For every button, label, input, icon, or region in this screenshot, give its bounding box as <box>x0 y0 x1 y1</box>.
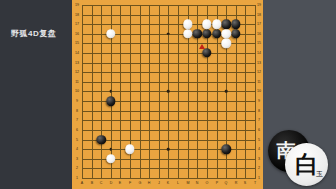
logo-white-stone: 白 玉 <box>285 143 328 186</box>
stone-black-N16[interactable] <box>193 29 202 38</box>
stone-black-O16[interactable] <box>202 29 211 38</box>
row-label-left-4: 4 <box>75 147 77 151</box>
logo-white-character: 白 <box>295 149 318 180</box>
last-move-marker <box>199 44 205 49</box>
column-label-R: R <box>234 181 237 185</box>
column-label-M: M <box>186 181 189 185</box>
row-label-right-7: 7 <box>257 119 259 123</box>
stone-white-P17[interactable] <box>212 20 221 29</box>
row-label-right-19: 19 <box>256 3 260 7</box>
grid-horizontal-line <box>82 140 256 141</box>
row-label-right-2: 2 <box>257 167 259 171</box>
stone-white-M17[interactable] <box>183 20 192 29</box>
row-label-right-1: 1 <box>257 176 259 180</box>
stone-white-M16[interactable] <box>183 29 192 38</box>
row-label-right-15: 15 <box>256 42 260 46</box>
grid-vertical-line <box>178 5 179 179</box>
stone-black-Q4[interactable] <box>221 144 230 153</box>
row-label-left-5: 5 <box>75 138 77 142</box>
row-label-right-16: 16 <box>256 32 260 36</box>
star-point-D10 <box>110 90 113 93</box>
row-label-left-17: 17 <box>74 22 78 26</box>
stone-white-D3[interactable] <box>106 154 115 163</box>
row-label-right-6: 6 <box>257 128 259 132</box>
column-label-S: S <box>244 181 246 185</box>
row-label-right-12: 12 <box>256 70 260 74</box>
grid-horizontal-line <box>82 168 256 169</box>
stone-white-F4[interactable] <box>125 144 134 153</box>
column-label-Q: Q <box>225 181 228 185</box>
stone-black-Q17[interactable] <box>221 20 230 29</box>
star-point-K10 <box>167 90 170 93</box>
star-point-K16 <box>167 33 170 36</box>
stone-white-D16[interactable] <box>106 29 115 38</box>
row-label-right-17: 17 <box>256 22 260 26</box>
star-point-D4 <box>110 148 113 151</box>
column-label-L: L <box>177 181 179 185</box>
row-label-right-13: 13 <box>256 61 260 65</box>
column-label-J: J <box>158 181 160 185</box>
stone-black-R17[interactable] <box>231 20 240 29</box>
column-label-O: O <box>206 181 209 185</box>
column-label-T: T <box>254 181 256 185</box>
row-label-right-11: 11 <box>257 80 261 84</box>
stone-black-P16[interactable] <box>212 29 221 38</box>
column-label-F: F <box>129 181 131 185</box>
grid-vertical-line <box>245 5 246 179</box>
grid-horizontal-line <box>82 111 256 112</box>
row-label-right-3: 3 <box>257 157 259 161</box>
row-label-right-18: 18 <box>256 13 260 17</box>
row-label-left-12: 12 <box>74 70 78 74</box>
column-label-P: P <box>215 181 217 185</box>
row-label-left-10: 10 <box>74 90 78 94</box>
row-label-left-1: 1 <box>75 176 77 180</box>
column-label-A: A <box>81 181 83 185</box>
stone-white-O17[interactable] <box>202 20 211 29</box>
row-label-right-5: 5 <box>257 138 259 142</box>
row-label-left-8: 8 <box>75 109 77 113</box>
review-title: 野狐4D复盘 <box>11 28 56 39</box>
column-label-H: H <box>148 181 151 185</box>
star-point-K4 <box>167 148 170 151</box>
row-label-left-15: 15 <box>74 42 78 46</box>
row-label-left-16: 16 <box>74 32 78 36</box>
row-label-left-11: 11 <box>75 80 79 84</box>
column-label-N: N <box>196 181 199 185</box>
row-label-left-19: 19 <box>74 3 78 7</box>
grid-vertical-line <box>255 5 256 179</box>
row-label-right-14: 14 <box>256 51 260 55</box>
column-label-C: C <box>100 181 103 185</box>
logo-white-subcharacter: 玉 <box>316 169 323 179</box>
row-label-right-4: 4 <box>257 147 259 151</box>
row-label-left-7: 7 <box>75 119 77 123</box>
stone-white-Q15[interactable] <box>221 39 230 48</box>
column-label-K: K <box>167 181 169 185</box>
stone-white-Q16[interactable] <box>221 29 230 38</box>
row-label-left-3: 3 <box>75 157 77 161</box>
column-label-B: B <box>90 181 92 185</box>
row-label-left-13: 13 <box>74 61 78 65</box>
row-label-right-8: 8 <box>257 109 259 113</box>
go-board[interactable]: 1919181817171616151514141313121211111010… <box>72 0 263 189</box>
left-panel: 野狐4D复盘 <box>0 0 72 189</box>
screen: 野狐4D复盘 191918181717161615151414131312121… <box>0 0 336 189</box>
stone-black-D9[interactable] <box>106 96 115 105</box>
row-label-left-9: 9 <box>75 99 77 103</box>
column-label-G: G <box>138 181 141 185</box>
stone-black-C5[interactable] <box>97 135 106 144</box>
row-label-left-14: 14 <box>74 51 78 55</box>
row-label-right-9: 9 <box>257 99 259 103</box>
grid-horizontal-line <box>82 178 256 179</box>
row-label-left-6: 6 <box>75 128 77 132</box>
stone-black-R16[interactable] <box>231 29 240 38</box>
stone-black-O14[interactable] <box>202 48 211 57</box>
column-label-E: E <box>119 181 121 185</box>
grid-horizontal-line <box>82 130 256 131</box>
column-label-D: D <box>110 181 113 185</box>
row-label-right-10: 10 <box>256 90 260 94</box>
row-label-left-18: 18 <box>74 13 78 17</box>
star-point-Q10 <box>225 90 228 93</box>
row-label-left-2: 2 <box>75 167 77 171</box>
grid-horizontal-line <box>82 120 256 121</box>
